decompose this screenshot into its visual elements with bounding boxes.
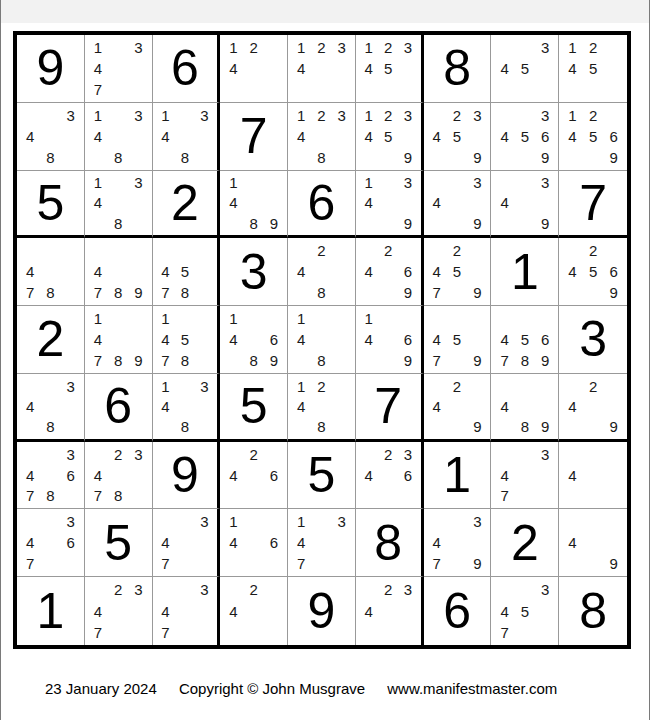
pencil-mark: 7 — [88, 350, 108, 371]
pencil-mark-empty — [195, 553, 215, 574]
cell-r9c7: 6 — [424, 577, 492, 645]
pencil-mark: 1 — [88, 308, 108, 329]
pencil-mark-empty — [61, 240, 81, 261]
pencil-mark: 4 — [291, 126, 311, 147]
pencil-mark: 5 — [175, 329, 195, 350]
pencil-mark-empty — [264, 622, 284, 643]
pencil-mark-empty — [378, 350, 398, 371]
given-digit: 7 — [356, 374, 421, 439]
pencil-mark-empty — [603, 444, 624, 465]
pencil-mark: 2 — [583, 376, 604, 396]
pencil-mark: 4 — [156, 329, 176, 350]
pencil-mark: 3 — [398, 105, 418, 126]
pencil-mark-empty — [378, 600, 398, 621]
pencil-marks: 249 — [424, 374, 491, 439]
pencil-marks: 1348 — [153, 103, 218, 170]
pencil-mark: 4 — [427, 126, 447, 147]
footer: 23 January 2024 Copyright © John Musgrav… — [45, 680, 557, 697]
pencil-mark-empty — [156, 240, 176, 261]
cell-r3c9: 7 — [559, 171, 627, 239]
pencil-mark-empty — [40, 240, 60, 261]
pencil-mark: 1 — [88, 37, 108, 58]
pencil-mark: 9 — [128, 282, 148, 303]
given-digit: 1 — [491, 238, 558, 305]
pencil-mark-empty — [264, 79, 284, 100]
pencil-mark-empty — [175, 511, 195, 532]
pencil-mark: 4 — [223, 58, 243, 79]
pencil-mark-empty — [359, 486, 379, 507]
pencil-marks: 14578 — [153, 306, 218, 373]
cell-r7c5: 5 — [288, 442, 356, 510]
pencil-mark: 2 — [311, 37, 331, 58]
pencil-mark-empty — [494, 213, 514, 233]
pencil-mark: 7 — [156, 622, 176, 643]
pencil-mark-empty — [535, 622, 555, 643]
cell-r6c6: 7 — [356, 374, 424, 442]
pencil-marks: 1347 — [288, 509, 355, 576]
pencil-mark-empty — [311, 58, 331, 79]
given-digit: 9 — [288, 577, 355, 645]
cell-r8c1: 3467 — [17, 509, 85, 577]
given-digit: 5 — [17, 171, 84, 236]
pencil-mark: 4 — [223, 532, 243, 553]
pencil-marks: 148 — [288, 306, 355, 373]
pencil-mark-empty — [378, 282, 398, 303]
pencil-mark-empty — [264, 553, 284, 574]
pencil-mark-empty — [398, 622, 418, 643]
pencil-mark-empty — [583, 147, 604, 168]
cell-r6c7: 249 — [424, 374, 492, 442]
cell-r7c2: 23478 — [85, 442, 153, 510]
pencil-mark-empty — [128, 240, 148, 261]
pencil-mark: 9 — [535, 147, 555, 168]
pencil-mark: 3 — [61, 105, 81, 126]
pencil-mark-empty — [447, 282, 467, 303]
pencil-mark-empty — [264, 58, 284, 79]
cell-r1c7: 8 — [424, 35, 492, 103]
pencil-mark-empty — [398, 600, 418, 621]
pencil-marks: 124569 — [559, 103, 627, 170]
pencil-marks: 23459 — [424, 103, 491, 170]
pencil-mark-empty — [20, 105, 40, 126]
pencil-mark: 8 — [311, 282, 331, 303]
pencil-mark-empty — [108, 37, 128, 58]
pencil-mark-empty — [467, 240, 487, 261]
pencil-mark: 8 — [175, 282, 195, 303]
pencil-mark-empty — [61, 486, 81, 507]
pencil-mark-empty — [223, 213, 243, 233]
pencil-mark: 7 — [156, 350, 176, 371]
pencil-mark-empty — [359, 579, 379, 600]
pencil-mark: 4 — [359, 58, 379, 79]
pencil-mark-empty — [108, 58, 128, 79]
cell-r5c5: 148 — [288, 306, 356, 374]
pencil-mark-empty — [535, 465, 555, 486]
pencil-mark: 4 — [562, 465, 583, 486]
pencil-marks: 478 — [17, 238, 84, 305]
cell-r3c3: 2 — [153, 171, 221, 239]
pencil-mark: 5 — [515, 126, 535, 147]
pencil-mark-empty — [603, 532, 624, 553]
pencil-marks: 3467 — [17, 509, 84, 576]
pencil-mark-empty — [467, 329, 487, 350]
given-digit: 6 — [85, 374, 152, 439]
pencil-mark-empty — [108, 193, 128, 213]
pencil-mark-empty — [447, 213, 467, 233]
pencil-marks: 4 — [559, 442, 627, 509]
pencil-mark-empty — [128, 308, 148, 329]
pencil-mark-empty — [108, 79, 128, 100]
pencil-mark-empty — [61, 396, 81, 416]
pencil-mark-empty — [195, 308, 215, 329]
pencil-mark: 6 — [264, 329, 284, 350]
pencil-mark: 4 — [562, 126, 583, 147]
pencil-mark: 4 — [494, 600, 514, 621]
pencil-mark-empty — [535, 396, 555, 416]
pencil-mark-empty — [128, 147, 148, 168]
footer-website: www.manifestmaster.com — [387, 680, 557, 697]
pencil-mark-empty — [427, 240, 447, 261]
cell-r5c9: 3 — [559, 306, 627, 374]
pencil-mark-empty — [244, 308, 264, 329]
pencil-mark-empty — [264, 308, 284, 329]
pencil-mark: 8 — [175, 350, 195, 371]
pencil-mark-empty — [291, 147, 311, 168]
pencil-mark: 4 — [20, 126, 40, 147]
cell-r6c1: 348 — [17, 374, 85, 442]
cell-r6c3: 1348 — [153, 374, 221, 442]
pencil-marks: 1347 — [85, 35, 152, 102]
pencil-mark-empty — [332, 147, 352, 168]
pencil-mark-empty — [332, 240, 352, 261]
pencil-mark-empty — [244, 532, 264, 553]
pencil-mark-empty — [291, 416, 311, 436]
pencil-mark-empty — [88, 240, 108, 261]
cell-r7c6: 2346 — [356, 442, 424, 510]
cell-r7c7: 1 — [424, 442, 492, 510]
cell-r4c4: 3 — [220, 238, 288, 306]
cell-r9c5: 9 — [288, 577, 356, 645]
pencil-mark: 1 — [156, 105, 176, 126]
pencil-mark: 5 — [175, 261, 195, 282]
pencil-mark: 2 — [447, 240, 467, 261]
pencil-mark-empty — [398, 308, 418, 329]
given-digit: 8 — [356, 509, 421, 576]
cell-r3c2: 1348 — [85, 171, 153, 239]
pencil-mark: 2 — [447, 376, 467, 396]
pencil-mark-empty — [311, 308, 331, 329]
pencil-mark-empty — [398, 79, 418, 100]
cell-r7c1: 34678 — [17, 442, 85, 510]
pencil-mark-empty — [378, 213, 398, 233]
pencil-mark-empty — [515, 444, 535, 465]
pencil-mark: 9 — [603, 416, 624, 436]
pencil-mark: 1 — [291, 105, 311, 126]
pencil-mark-empty — [562, 79, 583, 100]
pencil-mark: 4 — [88, 193, 108, 213]
pencil-mark: 1 — [562, 37, 583, 58]
pencil-mark: 3 — [128, 173, 148, 193]
pencil-mark-empty — [583, 553, 604, 574]
pencil-mark: 3 — [398, 444, 418, 465]
pencil-mark: 4 — [156, 261, 176, 282]
pencil-mark-empty — [195, 416, 215, 436]
cell-r4c1: 478 — [17, 238, 85, 306]
pencil-mark: 2 — [378, 105, 398, 126]
pencil-mark-empty — [378, 622, 398, 643]
pencil-mark: 4 — [494, 126, 514, 147]
pencil-mark-empty — [108, 622, 128, 643]
cell-r8c5: 1347 — [288, 509, 356, 577]
pencil-mark: 1 — [359, 173, 379, 193]
pencil-mark: 9 — [398, 147, 418, 168]
pencil-mark: 2 — [244, 37, 264, 58]
pencil-marks: 14789 — [85, 306, 152, 373]
pencil-marks: 12348 — [288, 103, 355, 170]
pencil-mark-empty — [40, 465, 60, 486]
pencil-mark: 1 — [88, 173, 108, 193]
pencil-mark-empty — [108, 240, 128, 261]
pencil-mark-empty — [20, 416, 40, 436]
pencil-mark-empty — [494, 579, 514, 600]
pencil-mark: 4 — [291, 58, 311, 79]
pencil-mark-empty — [359, 444, 379, 465]
pencil-mark: 2 — [244, 579, 264, 600]
pencil-mark: 3 — [332, 37, 352, 58]
pencil-mark: 9 — [398, 213, 418, 233]
pencil-mark-empty — [359, 282, 379, 303]
pencil-marks: 49 — [559, 509, 627, 576]
pencil-mark: 4 — [359, 126, 379, 147]
pencil-mark-empty — [583, 444, 604, 465]
cell-r7c3: 9 — [153, 442, 221, 510]
pencil-mark-empty — [195, 532, 215, 553]
pencil-mark: 8 — [108, 147, 128, 168]
pencil-mark-empty — [515, 173, 535, 193]
pencil-mark-empty — [128, 261, 148, 282]
pencil-mark: 4 — [427, 396, 447, 416]
pencil-mark-empty — [427, 308, 447, 329]
footer-copyright: Copyright © John Musgrave — [179, 680, 365, 697]
pencil-mark: 6 — [264, 465, 284, 486]
pencil-marks: 4579 — [424, 306, 491, 373]
pencil-mark-empty — [603, 511, 624, 532]
pencil-mark-empty — [583, 416, 604, 436]
pencil-mark-empty — [535, 193, 555, 213]
pencil-mark-empty — [195, 396, 215, 416]
pencil-marks: 14689 — [220, 306, 287, 373]
pencil-mark-empty — [108, 329, 128, 350]
pencil-mark-empty — [467, 193, 487, 213]
pencil-mark: 4 — [88, 261, 108, 282]
cell-r6c8: 489 — [491, 374, 559, 442]
pencil-mark-empty — [603, 376, 624, 396]
pencil-marks: 347 — [491, 442, 558, 509]
given-digit: 3 — [559, 306, 627, 373]
pencil-mark: 4 — [494, 396, 514, 416]
pencil-mark-empty — [128, 486, 148, 507]
pencil-mark-empty — [40, 511, 60, 532]
pencil-mark: 6 — [264, 532, 284, 553]
pencil-mark: 9 — [603, 553, 624, 574]
pencil-marks: 124 — [220, 35, 287, 102]
pencil-mark-empty — [515, 147, 535, 168]
pencil-mark-empty — [108, 465, 128, 486]
pencil-mark-empty — [332, 126, 352, 147]
pencil-mark-empty — [332, 396, 352, 416]
pencil-mark: 4 — [156, 532, 176, 553]
pencil-mark-empty — [195, 240, 215, 261]
pencil-mark: 8 — [515, 416, 535, 436]
pencil-mark-empty — [244, 511, 264, 532]
pencil-mark: 3 — [332, 511, 352, 532]
pencil-mark: 4 — [359, 600, 379, 621]
pencil-mark: 8 — [515, 350, 535, 371]
cell-r2c6: 123459 — [356, 103, 424, 171]
sudoku-page: 9134761241234123458345124534813481348712… — [0, 0, 650, 720]
pencil-mark-empty — [40, 396, 60, 416]
pencil-mark-empty — [515, 486, 535, 507]
pencil-mark-empty — [515, 465, 535, 486]
pencil-mark-empty — [128, 329, 148, 350]
cell-r7c4: 246 — [220, 442, 288, 510]
pencil-mark: 1 — [359, 105, 379, 126]
cell-r2c3: 1348 — [153, 103, 221, 171]
pencil-mark: 3 — [195, 376, 215, 396]
pencil-mark: 9 — [535, 416, 555, 436]
pencil-mark: 8 — [175, 416, 195, 436]
pencil-mark-empty — [128, 622, 148, 643]
pencil-mark-empty — [291, 79, 311, 100]
cell-r5c8: 456789 — [491, 306, 559, 374]
pencil-mark: 3 — [535, 37, 555, 58]
cell-r1c9: 1245 — [559, 35, 627, 103]
pencil-mark-empty — [108, 308, 128, 329]
pencil-mark: 5 — [378, 126, 398, 147]
pencil-mark: 2 — [244, 444, 264, 465]
pencil-mark-empty — [264, 511, 284, 532]
pencil-mark: 7 — [88, 486, 108, 507]
pencil-mark-empty — [61, 126, 81, 147]
pencil-mark: 9 — [603, 147, 624, 168]
pencil-mark: 7 — [20, 553, 40, 574]
pencil-mark-empty — [398, 58, 418, 79]
pencil-mark: 2 — [108, 444, 128, 465]
pencil-mark: 8 — [311, 416, 331, 436]
pencil-mark: 7 — [88, 79, 108, 100]
pencil-mark-empty — [175, 240, 195, 261]
pencil-mark-empty — [108, 600, 128, 621]
pencil-mark: 9 — [398, 282, 418, 303]
pencil-mark-empty — [467, 396, 487, 416]
pencil-mark-empty — [332, 308, 352, 329]
pencil-mark-empty — [175, 105, 195, 126]
pencil-mark: 9 — [264, 350, 284, 371]
pencil-mark: 4 — [562, 58, 583, 79]
pencil-marks: 456789 — [491, 306, 558, 373]
pencil-mark-empty — [515, 79, 535, 100]
pencil-mark-empty — [494, 147, 514, 168]
pencil-mark-empty — [359, 79, 379, 100]
pencil-mark-empty — [427, 173, 447, 193]
pencil-mark-empty — [244, 465, 264, 486]
given-digit: 2 — [17, 306, 84, 373]
pencil-mark-empty — [264, 37, 284, 58]
pencil-mark-empty — [244, 600, 264, 621]
pencil-mark-empty — [40, 532, 60, 553]
cell-r2c7: 23459 — [424, 103, 492, 171]
pencil-mark-empty — [535, 58, 555, 79]
pencil-mark: 6 — [535, 126, 555, 147]
pencil-mark-empty — [223, 579, 243, 600]
cell-r1c2: 1347 — [85, 35, 153, 103]
pencil-mark-empty — [223, 350, 243, 371]
footer-date: 23 January 2024 — [45, 680, 157, 697]
pencil-mark: 9 — [264, 213, 284, 233]
pencil-mark-empty — [447, 350, 467, 371]
pencil-mark-empty — [515, 105, 535, 126]
pencil-mark-empty — [515, 213, 535, 233]
pencil-mark: 4 — [359, 193, 379, 213]
pencil-mark: 4 — [562, 261, 583, 282]
pencil-mark: 6 — [603, 261, 624, 282]
cell-r9c8: 3457 — [491, 577, 559, 645]
pencil-mark-empty — [108, 173, 128, 193]
pencil-mark: 3 — [398, 37, 418, 58]
pencil-mark: 4 — [88, 465, 108, 486]
pencil-mark: 1 — [291, 37, 311, 58]
pencil-mark: 3 — [467, 511, 487, 532]
pencil-mark-empty — [40, 126, 60, 147]
cell-r2c4: 7 — [220, 103, 288, 171]
pencil-marks: 123459 — [356, 103, 421, 170]
pencil-mark-empty — [515, 396, 535, 416]
given-digit: 2 — [153, 171, 218, 236]
pencil-mark: 3 — [61, 444, 81, 465]
pencil-mark-empty — [332, 58, 352, 79]
pencil-mark: 1 — [359, 37, 379, 58]
pencil-mark: 4 — [494, 193, 514, 213]
pencil-mark-empty — [494, 308, 514, 329]
pencil-mark-empty — [494, 444, 514, 465]
pencil-mark-empty — [175, 622, 195, 643]
pencil-mark-empty — [603, 105, 624, 126]
given-digit: 6 — [153, 35, 218, 102]
pencil-mark: 5 — [447, 126, 467, 147]
cell-r4c6: 2469 — [356, 238, 424, 306]
pencil-mark: 4 — [427, 261, 447, 282]
pencil-mark: 7 — [291, 553, 311, 574]
cell-r9c4: 24 — [220, 577, 288, 645]
pencil-mark: 7 — [427, 282, 447, 303]
pencil-mark-empty — [223, 622, 243, 643]
pencil-mark-empty — [583, 511, 604, 532]
pencil-mark: 3 — [195, 579, 215, 600]
pencil-mark: 1 — [223, 308, 243, 329]
pencil-mark: 7 — [88, 282, 108, 303]
given-digit: 9 — [17, 35, 84, 102]
pencil-marks: 1348 — [85, 103, 152, 170]
pencil-mark: 3 — [332, 105, 352, 126]
pencil-mark: 4 — [359, 465, 379, 486]
pencil-mark: 3 — [61, 376, 81, 396]
pencil-mark-empty — [378, 79, 398, 100]
pencil-mark: 5 — [583, 58, 604, 79]
cell-r9c9: 8 — [559, 577, 627, 645]
pencil-mark-empty — [175, 396, 195, 416]
pencil-mark-empty — [244, 58, 264, 79]
pencil-mark-empty — [562, 486, 583, 507]
